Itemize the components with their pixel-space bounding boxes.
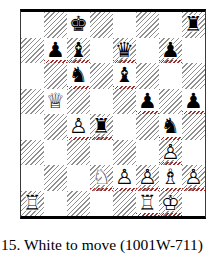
piece-white-pawn: ♟♙ (159, 140, 182, 166)
square-e5 (113, 89, 136, 115)
square-e4 (113, 114, 136, 140)
square-a8 (21, 12, 44, 38)
square-c7: ♝♝ (67, 38, 90, 64)
piece-glyph: ♝ (115, 65, 134, 86)
square-e3 (113, 140, 136, 166)
piece-glyph: ♙ (184, 167, 203, 188)
piece-white-rook: ♜♖ (21, 191, 44, 217)
piece-glyph: ♟ (184, 91, 203, 112)
square-g1: ♚♔ (159, 191, 182, 217)
piece-glyph: ♜ (92, 116, 111, 137)
piece-white-king: ♚♔ (159, 191, 182, 217)
piece-black-bishop: ♝♝ (67, 38, 90, 64)
square-f8 (136, 12, 159, 38)
piece-glyph: ♙ (69, 116, 88, 137)
piece-glyph: ♟ (46, 40, 65, 61)
square-a7 (21, 38, 44, 64)
piece-glyph: ♙ (115, 167, 134, 188)
square-h7 (182, 38, 205, 64)
square-g4: ♞♞ (159, 114, 182, 140)
diagram-caption: 15. White to move (1001W-711) (1, 236, 213, 254)
square-d6 (90, 63, 113, 89)
square-g7: ♟♟ (159, 38, 182, 64)
square-d2: ♞♘ (90, 165, 113, 191)
square-h4 (182, 114, 205, 140)
piece-glyph: ♛ (115, 40, 134, 61)
square-h6 (182, 63, 205, 89)
piece-glyph: ♝ (69, 40, 88, 61)
piece-black-queen: ♛♛ (113, 38, 136, 64)
piece-white-knight: ♞♘ (90, 165, 113, 191)
square-a1: ♜♖ (21, 191, 44, 217)
square-e7: ♛♛ (113, 38, 136, 64)
piece-glyph: ♟ (138, 91, 157, 112)
square-c4: ♟♙ (67, 114, 90, 140)
square-g8 (159, 12, 182, 38)
square-g6 (159, 63, 182, 89)
square-d7 (90, 38, 113, 64)
square-a4 (21, 114, 44, 140)
square-c5 (67, 89, 90, 115)
piece-black-pawn: ♟♟ (159, 38, 182, 64)
piece-white-pawn: ♟♙ (136, 165, 159, 191)
piece-glyph: ♜ (184, 14, 203, 35)
square-b6 (44, 63, 67, 89)
square-b7: ♟♟ (44, 38, 67, 64)
square-b4 (44, 114, 67, 140)
square-b1 (44, 191, 67, 217)
piece-black-rook: ♜♜ (90, 114, 113, 140)
square-d4: ♜♜ (90, 114, 113, 140)
chess-board: ♚♚♜♜♟♟♝♝♛♛♟♟♞♞♝♝♛♕♟♟♟♟♟♙♜♜♞♞♟♙♞♘♟♙♟♙♝♗♟♙… (20, 9, 206, 219)
piece-glyph: ♞ (161, 116, 180, 137)
piece-glyph: ♚ (69, 14, 88, 35)
square-c1 (67, 191, 90, 217)
square-f3 (136, 140, 159, 166)
piece-black-bishop: ♝♝ (113, 63, 136, 89)
piece-black-pawn: ♟♟ (44, 38, 67, 64)
square-f1: ♜♖ (136, 191, 159, 217)
square-d5 (90, 89, 113, 115)
piece-glyph: ♘ (92, 167, 111, 188)
piece-white-bishop: ♝♗ (159, 165, 182, 191)
square-g3: ♟♙ (159, 140, 182, 166)
piece-white-rook: ♜♖ (136, 191, 159, 217)
piece-black-pawn: ♟♟ (136, 89, 159, 115)
piece-glyph: ♔ (161, 193, 180, 214)
piece-glyph: ♙ (138, 167, 157, 188)
square-d1 (90, 191, 113, 217)
square-c3 (67, 140, 90, 166)
square-h5: ♟♟ (182, 89, 205, 115)
square-b3 (44, 140, 67, 166)
square-f2: ♟♙ (136, 165, 159, 191)
piece-glyph: ♙ (161, 142, 180, 163)
piece-black-knight: ♞♞ (159, 114, 182, 140)
square-h2: ♟♙ (182, 165, 205, 191)
piece-white-pawn: ♟♙ (182, 165, 205, 191)
piece-glyph: ♖ (138, 193, 157, 214)
square-b2 (44, 165, 67, 191)
square-c6: ♞♞ (67, 63, 90, 89)
piece-black-pawn: ♟♟ (182, 89, 205, 115)
piece-glyph: ♗ (161, 167, 180, 188)
square-e8 (113, 12, 136, 38)
square-g5 (159, 89, 182, 115)
square-f5: ♟♟ (136, 89, 159, 115)
square-c8: ♚♚ (67, 12, 90, 38)
square-b5: ♛♕ (44, 89, 67, 115)
piece-white-queen: ♛♕ (44, 89, 67, 115)
square-a5 (21, 89, 44, 115)
piece-white-pawn: ♟♙ (113, 165, 136, 191)
piece-black-knight: ♞♞ (67, 63, 90, 89)
piece-glyph: ♕ (46, 91, 65, 112)
piece-glyph: ♞ (69, 65, 88, 86)
page: ♚♚♜♜♟♟♝♝♛♛♟♟♞♞♝♝♛♕♟♟♟♟♟♙♜♜♞♞♟♙♞♘♟♙♟♙♝♗♟♙… (0, 0, 214, 261)
square-a3 (21, 140, 44, 166)
square-f6 (136, 63, 159, 89)
square-h8: ♜♜ (182, 12, 205, 38)
square-a6 (21, 63, 44, 89)
piece-glyph: ♖ (23, 193, 42, 214)
square-h1 (182, 191, 205, 217)
piece-black-rook: ♜♜ (182, 12, 205, 38)
piece-glyph: ♟ (161, 40, 180, 61)
square-a2 (21, 165, 44, 191)
piece-white-pawn: ♟♙ (67, 114, 90, 140)
square-e1 (113, 191, 136, 217)
square-d8 (90, 12, 113, 38)
square-d3 (90, 140, 113, 166)
square-c2 (67, 165, 90, 191)
square-h3 (182, 140, 205, 166)
square-e2: ♟♙ (113, 165, 136, 191)
piece-black-king: ♚♚ (67, 12, 90, 38)
square-e6: ♝♝ (113, 63, 136, 89)
square-b8 (44, 12, 67, 38)
square-f7 (136, 38, 159, 64)
square-f4 (136, 114, 159, 140)
square-g2: ♝♗ (159, 165, 182, 191)
